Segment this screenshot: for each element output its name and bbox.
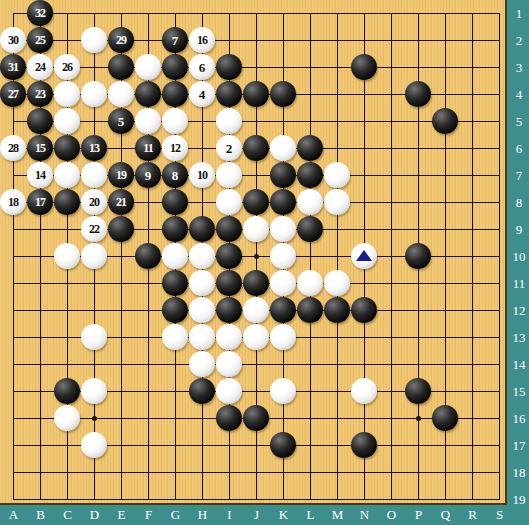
stone-N3 bbox=[351, 54, 377, 80]
stone-K4 bbox=[270, 81, 296, 107]
stone-D8: 20 bbox=[81, 189, 107, 215]
stone-H7: 10 bbox=[189, 162, 215, 188]
stone-G10 bbox=[162, 243, 188, 269]
grid-line-v bbox=[472, 13, 473, 500]
triangle-marker bbox=[356, 250, 372, 261]
move-number: 25 bbox=[35, 34, 45, 46]
stone-Q5 bbox=[432, 108, 458, 134]
move-number: 9 bbox=[145, 169, 152, 182]
stone-H13 bbox=[189, 324, 215, 350]
grid-line-h bbox=[13, 364, 500, 365]
col-label-R: R bbox=[459, 507, 486, 523]
stone-D4 bbox=[81, 81, 107, 107]
stone-E8: 21 bbox=[108, 189, 134, 215]
stone-N17 bbox=[351, 432, 377, 458]
row-label-6: 6 bbox=[509, 141, 529, 155]
stone-I14 bbox=[216, 351, 242, 377]
stone-B8: 17 bbox=[27, 189, 53, 215]
stone-P15 bbox=[405, 378, 431, 404]
stone-G4 bbox=[162, 81, 188, 107]
row-label-19: 19 bbox=[509, 492, 529, 506]
stone-J4 bbox=[243, 81, 269, 107]
move-number: 21 bbox=[116, 196, 126, 208]
stone-K12 bbox=[270, 297, 296, 323]
stone-I15 bbox=[216, 378, 242, 404]
stone-G13 bbox=[162, 324, 188, 350]
row-label-3: 3 bbox=[509, 60, 529, 74]
move-number: 23 bbox=[35, 88, 45, 100]
stone-L9 bbox=[297, 216, 323, 242]
col-label-G: G bbox=[162, 507, 189, 523]
row-label-1: 1 bbox=[509, 6, 529, 20]
stone-J9 bbox=[243, 216, 269, 242]
stone-A4: 27 bbox=[0, 81, 26, 107]
move-number: 2 bbox=[226, 142, 233, 155]
stone-L7 bbox=[297, 162, 323, 188]
stone-I3 bbox=[216, 54, 242, 80]
stone-I12 bbox=[216, 297, 242, 323]
stone-P10 bbox=[405, 243, 431, 269]
stone-K10 bbox=[270, 243, 296, 269]
stone-H12 bbox=[189, 297, 215, 323]
stone-M12 bbox=[324, 297, 350, 323]
stone-B4: 23 bbox=[27, 81, 53, 107]
col-label-S: S bbox=[486, 507, 513, 523]
move-number: 5 bbox=[118, 115, 125, 128]
col-label-K: K bbox=[270, 507, 297, 523]
stone-G3 bbox=[162, 54, 188, 80]
col-label-H: H bbox=[189, 507, 216, 523]
row-label-15: 15 bbox=[509, 384, 529, 398]
stone-M11 bbox=[324, 270, 350, 296]
move-number: 8 bbox=[172, 169, 179, 182]
move-number: 4 bbox=[199, 88, 206, 101]
col-label-N: N bbox=[351, 507, 378, 523]
row-label-4: 4 bbox=[509, 87, 529, 101]
stone-K8 bbox=[270, 189, 296, 215]
star-point bbox=[416, 416, 421, 421]
stone-A2: 30 bbox=[0, 27, 26, 53]
stone-E5: 5 bbox=[108, 108, 134, 134]
star-point bbox=[92, 416, 97, 421]
stone-I16 bbox=[216, 405, 242, 431]
stone-D2 bbox=[81, 27, 107, 53]
col-label-E: E bbox=[108, 507, 135, 523]
grid-line-v bbox=[337, 13, 338, 500]
stone-D13 bbox=[81, 324, 107, 350]
stone-F6: 11 bbox=[135, 135, 161, 161]
stone-B3: 24 bbox=[27, 54, 53, 80]
col-label-B: B bbox=[27, 507, 54, 523]
stone-C3: 26 bbox=[54, 54, 80, 80]
stone-I9 bbox=[216, 216, 242, 242]
stone-D6: 13 bbox=[81, 135, 107, 161]
move-number: 31 bbox=[8, 61, 18, 73]
stone-D15 bbox=[81, 378, 107, 404]
stone-H11 bbox=[189, 270, 215, 296]
stone-I8 bbox=[216, 189, 242, 215]
stone-K6 bbox=[270, 135, 296, 161]
move-number: 11 bbox=[143, 142, 152, 154]
move-number: 13 bbox=[89, 142, 99, 154]
row-label-9: 9 bbox=[509, 222, 529, 236]
stone-A3: 31 bbox=[0, 54, 26, 80]
stone-N12 bbox=[351, 297, 377, 323]
move-number: 14 bbox=[35, 169, 45, 181]
stone-B1: 32 bbox=[27, 0, 53, 26]
stone-G5 bbox=[162, 108, 188, 134]
stone-K17 bbox=[270, 432, 296, 458]
stone-G12 bbox=[162, 297, 188, 323]
stone-J12 bbox=[243, 297, 269, 323]
stone-K15 bbox=[270, 378, 296, 404]
stone-Q16 bbox=[432, 405, 458, 431]
row-label-16: 16 bbox=[509, 411, 529, 425]
stone-G6: 12 bbox=[162, 135, 188, 161]
stone-D17 bbox=[81, 432, 107, 458]
stone-I5 bbox=[216, 108, 242, 134]
col-label-F: F bbox=[135, 507, 162, 523]
stone-F3 bbox=[135, 54, 161, 80]
stone-H14 bbox=[189, 351, 215, 377]
stone-I11 bbox=[216, 270, 242, 296]
move-number: 6 bbox=[199, 61, 206, 74]
stone-J8 bbox=[243, 189, 269, 215]
stone-E4 bbox=[108, 81, 134, 107]
stone-C15 bbox=[54, 378, 80, 404]
stone-G9 bbox=[162, 216, 188, 242]
stone-H2: 16 bbox=[189, 27, 215, 53]
stone-L12 bbox=[297, 297, 323, 323]
stone-G11 bbox=[162, 270, 188, 296]
stone-J6 bbox=[243, 135, 269, 161]
stone-P4 bbox=[405, 81, 431, 107]
move-number: 27 bbox=[8, 88, 18, 100]
grid-line-v bbox=[391, 13, 392, 500]
move-number: 26 bbox=[62, 61, 72, 73]
stone-L6 bbox=[297, 135, 323, 161]
grid-line-h bbox=[13, 499, 500, 500]
stone-H10 bbox=[189, 243, 215, 269]
stone-G7: 8 bbox=[162, 162, 188, 188]
stone-E3 bbox=[108, 54, 134, 80]
col-label-C: C bbox=[54, 507, 81, 523]
stone-M8 bbox=[324, 189, 350, 215]
move-number: 15 bbox=[35, 142, 45, 154]
stone-A6: 28 bbox=[0, 135, 26, 161]
stone-M7 bbox=[324, 162, 350, 188]
stone-C8 bbox=[54, 189, 80, 215]
col-label-D: D bbox=[81, 507, 108, 523]
row-label-2: 2 bbox=[509, 33, 529, 47]
stone-G8 bbox=[162, 189, 188, 215]
stone-K11 bbox=[270, 270, 296, 296]
stone-G2: 7 bbox=[162, 27, 188, 53]
col-label-O: O bbox=[378, 507, 405, 523]
stone-E2: 29 bbox=[108, 27, 134, 53]
row-label-17: 17 bbox=[509, 438, 529, 452]
stone-I10 bbox=[216, 243, 242, 269]
move-number: 19 bbox=[116, 169, 126, 181]
move-number: 17 bbox=[35, 196, 45, 208]
stone-E9 bbox=[108, 216, 134, 242]
move-number: 28 bbox=[8, 142, 18, 154]
move-number: 18 bbox=[8, 196, 18, 208]
stone-H3: 6 bbox=[189, 54, 215, 80]
col-label-I: I bbox=[216, 507, 243, 523]
stone-F7: 9 bbox=[135, 162, 161, 188]
row-label-11: 11 bbox=[509, 276, 529, 290]
stone-C16 bbox=[54, 405, 80, 431]
stone-C5 bbox=[54, 108, 80, 134]
stone-D7 bbox=[81, 162, 107, 188]
stone-B2: 25 bbox=[27, 27, 53, 53]
stone-B5 bbox=[27, 108, 53, 134]
row-label-10: 10 bbox=[509, 249, 529, 263]
stone-I4 bbox=[216, 81, 242, 107]
row-label-18: 18 bbox=[509, 465, 529, 479]
move-number: 32 bbox=[35, 7, 45, 19]
col-label-Q: Q bbox=[432, 507, 459, 523]
stone-J13 bbox=[243, 324, 269, 350]
stone-J16 bbox=[243, 405, 269, 431]
stone-E7: 19 bbox=[108, 162, 134, 188]
stone-I13 bbox=[216, 324, 242, 350]
move-number: 16 bbox=[197, 34, 207, 46]
row-label-8: 8 bbox=[509, 195, 529, 209]
grid-line-h bbox=[13, 472, 500, 473]
stone-H4: 4 bbox=[189, 81, 215, 107]
grid-line-v bbox=[499, 13, 500, 500]
move-number: 10 bbox=[197, 169, 207, 181]
stone-J11 bbox=[243, 270, 269, 296]
stone-B7: 14 bbox=[27, 162, 53, 188]
stone-L11 bbox=[297, 270, 323, 296]
stone-K13 bbox=[270, 324, 296, 350]
row-label-13: 13 bbox=[509, 330, 529, 344]
move-number: 20 bbox=[89, 196, 99, 208]
go-board[interactable]: 3230252971631242662723452815131112214199… bbox=[0, 0, 507, 505]
stone-C4 bbox=[54, 81, 80, 107]
row-label-5: 5 bbox=[509, 114, 529, 128]
col-label-J: J bbox=[243, 507, 270, 523]
col-label-A: A bbox=[0, 507, 27, 523]
stone-C10 bbox=[54, 243, 80, 269]
stone-H9 bbox=[189, 216, 215, 242]
stone-F4 bbox=[135, 81, 161, 107]
col-label-P: P bbox=[405, 507, 432, 523]
stone-C6 bbox=[54, 135, 80, 161]
move-number: 7 bbox=[172, 34, 179, 47]
col-label-L: L bbox=[297, 507, 324, 523]
row-label-14: 14 bbox=[509, 357, 529, 371]
stone-A8: 18 bbox=[0, 189, 26, 215]
grid-line-v bbox=[310, 13, 311, 500]
move-number: 30 bbox=[8, 34, 18, 46]
stone-H15 bbox=[189, 378, 215, 404]
stone-L8 bbox=[297, 189, 323, 215]
stone-F10 bbox=[135, 243, 161, 269]
stone-N10 bbox=[351, 243, 377, 269]
stone-I7 bbox=[216, 162, 242, 188]
row-label-7: 7 bbox=[509, 168, 529, 182]
stone-K7 bbox=[270, 162, 296, 188]
stone-C7 bbox=[54, 162, 80, 188]
row-label-12: 12 bbox=[509, 303, 529, 317]
star-point bbox=[254, 254, 259, 259]
stone-N15 bbox=[351, 378, 377, 404]
stone-B6: 15 bbox=[27, 135, 53, 161]
stone-I6: 2 bbox=[216, 135, 242, 161]
move-number: 22 bbox=[89, 223, 99, 235]
stone-D10 bbox=[81, 243, 107, 269]
col-label-M: M bbox=[324, 507, 351, 523]
stone-K9 bbox=[270, 216, 296, 242]
go-diagram: 3230252971631242662723452815131112214199… bbox=[0, 0, 529, 525]
move-number: 12 bbox=[170, 142, 180, 154]
move-number: 29 bbox=[116, 34, 126, 46]
move-number: 24 bbox=[35, 61, 45, 73]
stone-F5 bbox=[135, 108, 161, 134]
stone-D9: 22 bbox=[81, 216, 107, 242]
